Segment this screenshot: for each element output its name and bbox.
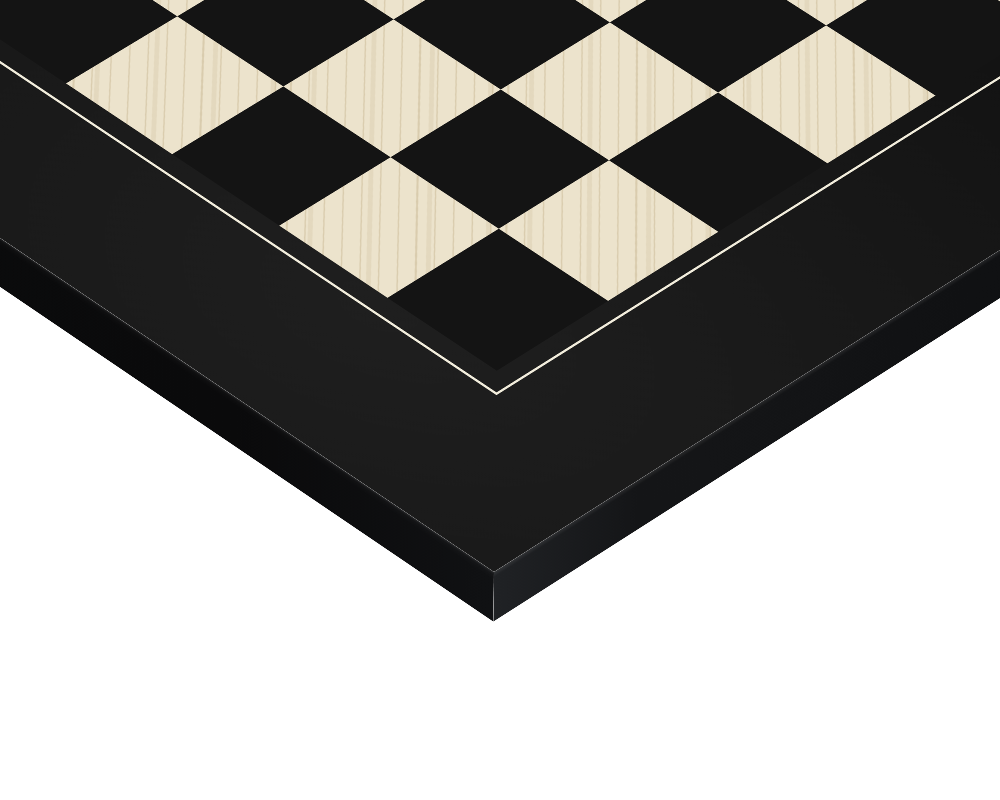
board-border-frame bbox=[0, 0, 1000, 572]
photo-canvas bbox=[0, 0, 1000, 800]
chess-board bbox=[0, 0, 1000, 572]
playing-field bbox=[0, 0, 1000, 371]
